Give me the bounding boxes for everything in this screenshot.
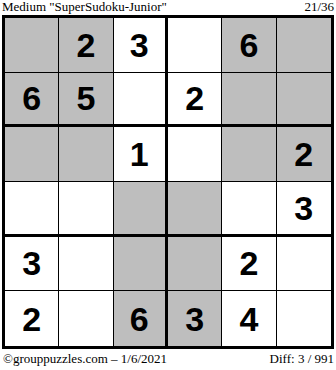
cell-r3c3: 1	[114, 127, 168, 182]
cell-r3c5[interactable]	[222, 127, 276, 182]
puzzle-title: Medium "SuperSudoku-Junior"	[2, 0, 167, 14]
cell-r5c2[interactable]	[59, 237, 113, 292]
cell-r4c5[interactable]	[222, 182, 276, 237]
cell-r5c4[interactable]	[168, 237, 222, 292]
cell-r2c4: 2	[168, 73, 222, 128]
cell-r1c5: 6	[222, 18, 276, 73]
cell-r6c1: 2	[5, 291, 59, 346]
cell-r4c6: 3	[277, 182, 331, 237]
copyright-text: ©grouppuzzles.com – 1/6/2021	[3, 352, 167, 366]
puzzle-page: Medium "SuperSudoku-Junior" 21/36 236652…	[0, 0, 336, 370]
cell-r6c2[interactable]	[59, 291, 113, 346]
cell-r6c6[interactable]	[277, 291, 331, 346]
cell-r2c6[interactable]	[277, 73, 331, 128]
cell-r4c4[interactable]	[168, 182, 222, 237]
difficulty-text: Diff: 3 / 991	[270, 352, 334, 366]
sudoku-grid: 236652123322634	[2, 15, 334, 349]
cell-r5c1: 3	[5, 237, 59, 292]
cell-r1c2: 2	[59, 18, 113, 73]
cell-r5c6[interactable]	[277, 237, 331, 292]
cell-r5c3[interactable]	[114, 237, 168, 292]
cell-r6c5: 4	[222, 291, 276, 346]
cell-r3c2[interactable]	[59, 127, 113, 182]
cell-r1c6[interactable]	[277, 18, 331, 73]
cell-r6c3: 6	[114, 291, 168, 346]
cell-r4c2[interactable]	[59, 182, 113, 237]
cell-r4c1[interactable]	[5, 182, 59, 237]
puzzle-counter: 21/36	[304, 0, 334, 14]
cell-r2c2: 5	[59, 73, 113, 128]
cell-r1c1[interactable]	[5, 18, 59, 73]
cell-r2c3[interactable]	[114, 73, 168, 128]
cell-r2c1: 6	[5, 73, 59, 128]
cell-r2c5[interactable]	[222, 73, 276, 128]
cell-r3c1[interactable]	[5, 127, 59, 182]
cell-r1c3: 3	[114, 18, 168, 73]
cell-r3c4[interactable]	[168, 127, 222, 182]
cell-r1c4[interactable]	[168, 18, 222, 73]
cell-r6c4: 3	[168, 291, 222, 346]
cell-r5c5: 2	[222, 237, 276, 292]
cell-r4c3[interactable]	[114, 182, 168, 237]
cell-r3c6: 2	[277, 127, 331, 182]
